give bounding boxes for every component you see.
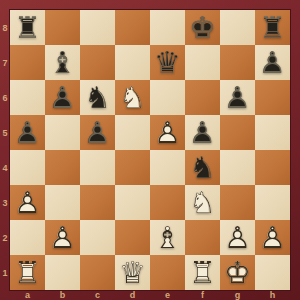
rank-label-5: 5 (0, 115, 10, 150)
piece-white-queen[interactable]: ♛♕ (115, 255, 150, 290)
square-c6[interactable]: ♞♘ (80, 80, 115, 115)
piece-black-queen[interactable]: ♛♕ (150, 45, 185, 80)
piece-black-pawn[interactable]: ♟♙ (10, 115, 45, 150)
file-label-e: e (150, 290, 185, 300)
square-b6[interactable]: ♟♙ (45, 80, 80, 115)
piece-black-rook[interactable]: ♜♖ (10, 10, 45, 45)
square-g2[interactable]: ♟♙ (220, 220, 255, 255)
rank-label-7: 7 (0, 45, 10, 80)
piece-glyph-line: ♙ (220, 220, 255, 255)
square-c3[interactable] (80, 185, 115, 220)
piece-black-pawn[interactable]: ♟♙ (80, 115, 115, 150)
square-e2[interactable]: ♝♗ (150, 220, 185, 255)
piece-white-bishop[interactable]: ♝♗ (150, 220, 185, 255)
piece-glyph-line: ♖ (255, 10, 290, 45)
square-c7[interactable] (80, 45, 115, 80)
square-d1[interactable]: ♛♕ (115, 255, 150, 290)
piece-glyph-line: ♖ (10, 10, 45, 45)
square-b8[interactable] (45, 10, 80, 45)
square-h8[interactable]: ♜♖ (255, 10, 290, 45)
piece-glyph-line: ♙ (45, 80, 80, 115)
square-d2[interactable] (115, 220, 150, 255)
piece-glyph-line: ♙ (80, 115, 115, 150)
rank-label-8: 8 (0, 10, 10, 45)
square-h5[interactable] (255, 115, 290, 150)
piece-glyph-line: ♖ (10, 255, 45, 290)
piece-glyph-line: ♙ (255, 45, 290, 80)
piece-white-rook[interactable]: ♜♖ (185, 255, 220, 290)
piece-glyph-line: ♗ (150, 220, 185, 255)
square-d4[interactable] (115, 150, 150, 185)
piece-glyph-line: ♘ (185, 150, 220, 185)
piece-glyph-line: ♖ (185, 255, 220, 290)
piece-black-rook[interactable]: ♜♖ (255, 10, 290, 45)
piece-white-pawn[interactable]: ♟♙ (10, 185, 45, 220)
square-g3[interactable] (220, 185, 255, 220)
piece-white-king[interactable]: ♚♔ (220, 255, 255, 290)
piece-glyph-line: ♙ (45, 220, 80, 255)
square-a8[interactable]: ♜♖ (10, 10, 45, 45)
piece-glyph-line: ♙ (185, 115, 220, 150)
rank-label-1: 1 (0, 255, 10, 290)
piece-glyph-line: ♕ (150, 45, 185, 80)
square-c8[interactable] (80, 10, 115, 45)
square-b4[interactable] (45, 150, 80, 185)
piece-white-knight[interactable]: ♞♘ (115, 80, 150, 115)
piece-black-knight[interactable]: ♞♘ (80, 80, 115, 115)
file-label-f: f (185, 290, 220, 300)
square-e7[interactable]: ♛♕ (150, 45, 185, 80)
file-label-c: c (80, 290, 115, 300)
square-f6[interactable] (185, 80, 220, 115)
file-label-h: h (255, 290, 290, 300)
square-b7[interactable]: ♝♗ (45, 45, 80, 80)
piece-black-pawn[interactable]: ♟♙ (185, 115, 220, 150)
file-label-g: g (220, 290, 255, 300)
piece-glyph-line: ♘ (185, 185, 220, 220)
piece-glyph-line: ♘ (115, 80, 150, 115)
piece-black-pawn[interactable]: ♟♙ (255, 45, 290, 80)
piece-glyph-line: ♙ (10, 115, 45, 150)
square-g6[interactable]: ♟♙ (220, 80, 255, 115)
square-f1[interactable]: ♜♖ (185, 255, 220, 290)
square-f4[interactable]: ♞♘ (185, 150, 220, 185)
square-b3[interactable] (45, 185, 80, 220)
square-f7[interactable] (185, 45, 220, 80)
square-e4[interactable] (150, 150, 185, 185)
piece-white-pawn[interactable]: ♟♙ (150, 115, 185, 150)
square-h4[interactable] (255, 150, 290, 185)
file-label-b: b (45, 290, 80, 300)
square-h7[interactable]: ♟♙ (255, 45, 290, 80)
piece-black-knight[interactable]: ♞♘ (185, 150, 220, 185)
square-e1[interactable] (150, 255, 185, 290)
square-g8[interactable] (220, 10, 255, 45)
square-b5[interactable] (45, 115, 80, 150)
piece-glyph-line: ♔ (185, 10, 220, 45)
piece-white-rook[interactable]: ♜♖ (10, 255, 45, 290)
piece-black-bishop[interactable]: ♝♗ (45, 45, 80, 80)
square-d7[interactable] (115, 45, 150, 80)
square-g7[interactable] (220, 45, 255, 80)
piece-white-pawn[interactable]: ♟♙ (45, 220, 80, 255)
square-b2[interactable]: ♟♙ (45, 220, 80, 255)
rank-label-3: 3 (0, 185, 10, 220)
piece-glyph-line: ♙ (255, 220, 290, 255)
square-a5[interactable]: ♟♙ (10, 115, 45, 150)
square-a4[interactable] (10, 150, 45, 185)
piece-white-pawn[interactable]: ♟♙ (220, 220, 255, 255)
square-f5[interactable]: ♟♙ (185, 115, 220, 150)
piece-white-knight[interactable]: ♞♘ (185, 185, 220, 220)
square-d8[interactable] (115, 10, 150, 45)
square-d6[interactable]: ♞♘ (115, 80, 150, 115)
file-label-d: d (115, 290, 150, 300)
piece-black-king[interactable]: ♚♔ (185, 10, 220, 45)
square-c5[interactable]: ♟♙ (80, 115, 115, 150)
chess-board-frame: ♜♖♚♔♜♖♝♗♛♕♟♙♟♙♞♘♞♘♟♙♟♙♟♙♟♙♟♙♞♘♟♙♞♘♟♙♝♗♟♙… (0, 0, 300, 300)
square-a7[interactable] (10, 45, 45, 80)
square-c4[interactable] (80, 150, 115, 185)
file-label-a: a (10, 290, 45, 300)
piece-glyph-line: ♗ (45, 45, 80, 80)
square-g1[interactable]: ♚♔ (220, 255, 255, 290)
square-h3[interactable] (255, 185, 290, 220)
piece-glyph-line: ♙ (10, 185, 45, 220)
square-h6[interactable] (255, 80, 290, 115)
square-e3[interactable] (150, 185, 185, 220)
square-b1[interactable] (45, 255, 80, 290)
chess-board: ♜♖♚♔♜♖♝♗♛♕♟♙♟♙♞♘♞♘♟♙♟♙♟♙♟♙♟♙♞♘♟♙♞♘♟♙♝♗♟♙… (10, 10, 290, 290)
rank-label-4: 4 (0, 150, 10, 185)
piece-glyph-line: ♘ (80, 80, 115, 115)
square-d5[interactable] (115, 115, 150, 150)
square-h2[interactable]: ♟♙ (255, 220, 290, 255)
square-f2[interactable] (185, 220, 220, 255)
square-a1[interactable]: ♜♖ (10, 255, 45, 290)
piece-black-pawn[interactable]: ♟♙ (220, 80, 255, 115)
piece-glyph-line: ♔ (220, 255, 255, 290)
rank-label-2: 2 (0, 220, 10, 255)
square-h1[interactable] (255, 255, 290, 290)
square-f8[interactable]: ♚♔ (185, 10, 220, 45)
rank-label-6: 6 (0, 80, 10, 115)
square-c1[interactable] (80, 255, 115, 290)
square-d3[interactable] (115, 185, 150, 220)
square-e5[interactable]: ♟♙ (150, 115, 185, 150)
square-e6[interactable] (150, 80, 185, 115)
piece-glyph-line: ♙ (220, 80, 255, 115)
piece-glyph-line: ♙ (150, 115, 185, 150)
square-f3[interactable]: ♞♘ (185, 185, 220, 220)
square-e8[interactable] (150, 10, 185, 45)
piece-white-pawn[interactable]: ♟♙ (255, 220, 290, 255)
piece-black-pawn[interactable]: ♟♙ (45, 80, 80, 115)
square-a6[interactable] (10, 80, 45, 115)
piece-glyph-line: ♕ (115, 255, 150, 290)
square-a2[interactable] (10, 220, 45, 255)
square-g5[interactable] (220, 115, 255, 150)
square-a3[interactable]: ♟♙ (10, 185, 45, 220)
square-g4[interactable] (220, 150, 255, 185)
square-c2[interactable] (80, 220, 115, 255)
